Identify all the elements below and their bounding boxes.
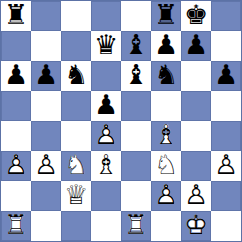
square-b6[interactable]: ♟	[31, 61, 61, 91]
square-g4[interactable]	[181, 121, 211, 151]
square-a8[interactable]: ♜	[1, 1, 31, 31]
piece-black-rook: ♜	[151, 1, 181, 31]
square-e6[interactable]: ♝	[121, 61, 151, 91]
square-h1[interactable]	[211, 211, 241, 241]
square-c8[interactable]	[61, 1, 91, 31]
square-c1[interactable]	[61, 211, 91, 241]
square-d7[interactable]: ♛	[91, 31, 121, 61]
square-d4[interactable]: ♟♙	[91, 121, 121, 151]
square-h4[interactable]	[211, 121, 241, 151]
piece-black-pawn: ♟	[91, 91, 121, 121]
square-e3[interactable]	[121, 151, 151, 181]
square-f8[interactable]: ♜	[151, 1, 181, 31]
square-h7[interactable]	[211, 31, 241, 61]
square-e8[interactable]	[121, 1, 151, 31]
square-f6[interactable]: ♞	[151, 61, 181, 91]
piece-black-bishop: ♝	[121, 61, 151, 91]
square-f2[interactable]: ♟♙	[151, 181, 181, 211]
chess-app: ♜♜♚♛♝♟♟♟♟♞♝♞♟♟♟♙♝♗♟♙♟♙♞♘♝♗♞♘♟♙♛♕♟♙♟♙♜♖♜♖…	[0, 0, 242, 242]
square-g7[interactable]: ♟	[181, 31, 211, 61]
piece-black-bishop: ♝	[121, 31, 151, 61]
square-h6[interactable]: ♟	[211, 61, 241, 91]
square-b2[interactable]	[31, 181, 61, 211]
piece-black-pawn: ♟	[151, 31, 181, 61]
square-g1[interactable]: ♚♔	[181, 211, 211, 241]
piece-white-rook: ♜♖	[121, 211, 151, 241]
square-a7[interactable]	[1, 31, 31, 61]
square-a2[interactable]	[1, 181, 31, 211]
piece-white-bishop: ♝♗	[151, 121, 181, 151]
square-e7[interactable]: ♝	[121, 31, 151, 61]
square-g2[interactable]: ♟♙	[181, 181, 211, 211]
square-d3[interactable]: ♝♗	[91, 151, 121, 181]
square-g8[interactable]: ♚	[181, 1, 211, 31]
piece-black-pawn: ♟	[181, 31, 211, 61]
square-f4[interactable]: ♝♗	[151, 121, 181, 151]
piece-white-pawn: ♟♙	[31, 151, 61, 181]
square-d6[interactable]	[91, 61, 121, 91]
piece-white-pawn: ♟♙	[151, 181, 181, 211]
piece-black-knight: ♞	[151, 61, 181, 91]
piece-black-pawn: ♟	[211, 61, 241, 91]
square-a4[interactable]	[1, 121, 31, 151]
square-b5[interactable]	[31, 91, 61, 121]
square-c5[interactable]	[61, 91, 91, 121]
square-e2[interactable]	[121, 181, 151, 211]
piece-white-knight: ♞♘	[61, 151, 91, 181]
piece-white-queen: ♛♕	[61, 181, 91, 211]
piece-black-pawn: ♟	[1, 61, 31, 91]
piece-white-pawn: ♟♙	[91, 121, 121, 151]
square-b3[interactable]: ♟♙	[31, 151, 61, 181]
square-e4[interactable]	[121, 121, 151, 151]
square-a3[interactable]: ♟♙	[1, 151, 31, 181]
square-g3[interactable]	[181, 151, 211, 181]
square-h5[interactable]	[211, 91, 241, 121]
square-a6[interactable]: ♟	[1, 61, 31, 91]
square-d5[interactable]: ♟	[91, 91, 121, 121]
square-f1[interactable]	[151, 211, 181, 241]
square-a5[interactable]	[1, 91, 31, 121]
square-g5[interactable]	[181, 91, 211, 121]
square-c3[interactable]: ♞♘	[61, 151, 91, 181]
square-b4[interactable]	[31, 121, 61, 151]
piece-black-knight: ♞	[61, 61, 91, 91]
square-d1[interactable]	[91, 211, 121, 241]
square-h8[interactable]	[211, 1, 241, 31]
square-c4[interactable]	[61, 121, 91, 151]
square-c7[interactable]	[61, 31, 91, 61]
square-d2[interactable]	[91, 181, 121, 211]
piece-white-bishop: ♝♗	[91, 151, 121, 181]
piece-white-pawn: ♟♙	[1, 151, 31, 181]
square-c6[interactable]: ♞	[61, 61, 91, 91]
square-h2[interactable]	[211, 181, 241, 211]
piece-black-queen: ♛	[91, 31, 121, 61]
square-f5[interactable]	[151, 91, 181, 121]
square-g6[interactable]	[181, 61, 211, 91]
square-e5[interactable]	[121, 91, 151, 121]
piece-white-rook: ♜♖	[1, 211, 31, 241]
piece-white-pawn: ♟♙	[211, 151, 241, 181]
square-c2[interactable]: ♛♕	[61, 181, 91, 211]
square-b7[interactable]	[31, 31, 61, 61]
square-a1[interactable]: ♜♖	[1, 211, 31, 241]
square-e1[interactable]: ♜♖	[121, 211, 151, 241]
piece-black-rook: ♜	[1, 1, 31, 31]
square-b8[interactable]	[31, 1, 61, 31]
piece-white-knight: ♞♘	[151, 151, 181, 181]
square-f3[interactable]: ♞♘	[151, 151, 181, 181]
piece-black-pawn: ♟	[31, 61, 61, 91]
square-b1[interactable]	[31, 211, 61, 241]
square-f7[interactable]: ♟	[151, 31, 181, 61]
square-d8[interactable]	[91, 1, 121, 31]
chess-board: ♜♜♚♛♝♟♟♟♟♞♝♞♟♟♟♙♝♗♟♙♟♙♞♘♝♗♞♘♟♙♛♕♟♙♟♙♜♖♜♖…	[0, 0, 242, 242]
piece-black-king: ♚	[181, 1, 211, 31]
square-h3[interactable]: ♟♙	[211, 151, 241, 181]
piece-white-pawn: ♟♙	[181, 181, 211, 211]
piece-white-king: ♚♔	[181, 211, 211, 241]
